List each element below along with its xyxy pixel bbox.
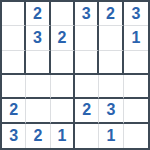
cell-r3c2[interactable] [26,51,50,75]
cell-r1c6[interactable]: 3 [124,2,148,26]
cell-r4c2[interactable] [26,75,50,99]
cell-r6c1[interactable]: 3 [2,124,26,148]
cell-r6c6[interactable] [124,124,148,148]
cell-r4c1[interactable] [2,75,26,99]
cell-r4c4[interactable] [75,75,99,99]
cell-r1c4[interactable]: 3 [75,2,99,26]
cell-r1c1[interactable] [2,2,26,26]
cell-r5c1[interactable]: 2 [2,99,26,123]
given-digit: 1 [57,128,66,144]
given-digit: 2 [34,128,43,144]
given-digit: 3 [9,128,18,144]
cell-r2c1[interactable] [2,26,26,50]
given-digit: 3 [82,6,91,22]
given-digit: 3 [131,6,140,22]
cell-r3c5[interactable] [99,51,123,75]
cell-r3c6[interactable] [124,51,148,75]
cell-r6c3[interactable]: 1 [51,124,75,148]
cell-r5c6[interactable] [124,99,148,123]
cell-r4c6[interactable] [124,75,148,99]
cell-r3c1[interactable] [2,51,26,75]
given-digit: 3 [33,30,42,46]
cell-r4c5[interactable] [99,75,123,99]
given-digit: 1 [107,128,116,144]
given-digit: 3 [107,102,116,118]
puzzle-board: 23233212233211 [0,0,150,150]
cell-r4c3[interactable] [51,75,75,99]
cell-r5c5[interactable]: 3 [99,99,123,123]
given-digit: 2 [33,6,42,22]
cell-r1c3[interactable] [51,2,75,26]
cell-r2c6[interactable]: 1 [124,26,148,50]
cell-r5c2[interactable] [26,99,50,123]
cell-r3c4[interactable] [75,51,99,75]
given-digit: 1 [131,30,140,46]
cell-r2c5[interactable] [99,26,123,50]
given-digit: 2 [82,102,91,118]
cell-r3c3[interactable] [51,51,75,75]
cell-r2c3[interactable]: 2 [51,26,75,50]
cell-r6c4[interactable] [75,124,99,148]
cell-r1c5[interactable]: 2 [99,2,123,26]
cell-r2c2[interactable]: 3 [26,26,50,50]
cell-r5c4[interactable]: 2 [75,99,99,123]
cell-r5c3[interactable] [51,99,75,123]
cell-r6c2[interactable]: 2 [26,124,50,148]
given-digit: 2 [57,30,66,46]
cell-r1c2[interactable]: 2 [26,2,50,26]
cell-r2c4[interactable] [75,26,99,50]
given-digit: 2 [106,6,115,22]
cell-r6c5[interactable]: 1 [99,124,123,148]
given-digit: 2 [9,102,18,118]
